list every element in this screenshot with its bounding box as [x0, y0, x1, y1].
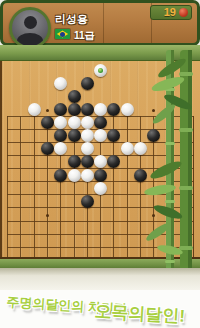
- game-screen: 리성용 11급 19: [0, 0, 200, 328]
- white-stone: [81, 169, 94, 182]
- banner-line2: 오목의달인!: [94, 299, 186, 327]
- white-stone: [28, 103, 41, 116]
- flag-globe: [60, 32, 65, 37]
- black-stone: [81, 195, 94, 208]
- player-name: 리성용: [55, 12, 88, 27]
- white-stone: [121, 103, 134, 116]
- avatar-silhouette-head: [24, 16, 37, 29]
- omok-board[interactable]: [0, 45, 200, 268]
- white-stone: [68, 169, 81, 182]
- black-stone: [81, 103, 94, 116]
- timer-ball-icon: [179, 8, 188, 17]
- black-stone: [54, 169, 67, 182]
- board-rail-top: [0, 45, 200, 61]
- black-stone: [68, 129, 81, 142]
- wood-plank-line: [103, 3, 104, 43]
- last-move-marker: [98, 68, 103, 73]
- star-point: [46, 214, 49, 217]
- player-bar: 리성용 11급 19: [0, 0, 200, 46]
- avatar[interactable]: [9, 7, 51, 49]
- timer-badge: 19: [150, 5, 192, 20]
- black-stone: [81, 77, 94, 90]
- timer-value: 19: [164, 6, 176, 19]
- player-rank: 11급: [74, 29, 95, 43]
- black-stone: [134, 169, 147, 182]
- white-stone: [81, 116, 94, 129]
- floor: [0, 268, 200, 290]
- white-stone: [94, 182, 107, 195]
- white-stone: [68, 116, 81, 129]
- ad-banner[interactable]: 주명의달인의 차기작, 오목의달인!: [0, 290, 200, 328]
- black-stone: [68, 155, 81, 168]
- white-stone: [94, 64, 107, 77]
- black-stone: [94, 169, 107, 182]
- brazil-flag-icon: [55, 29, 70, 39]
- black-stone: [68, 90, 81, 103]
- black-stone: [68, 103, 81, 116]
